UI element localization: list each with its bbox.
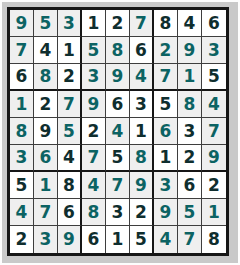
cell-r6c9[interactable]: 9 (202, 145, 226, 172)
cell-r3c5[interactable]: 9 (106, 64, 130, 91)
cell-r7c6[interactable]: 9 (130, 172, 154, 199)
cell-r3c3[interactable]: 2 (58, 64, 82, 91)
cell-r8c7[interactable]: 9 (154, 199, 178, 226)
cell-r2c9[interactable]: 3 (202, 37, 226, 64)
cell-r6c1[interactable]: 3 (10, 145, 34, 172)
cell-r1c3[interactable]: 3 (58, 10, 82, 37)
cell-r8c1[interactable]: 4 (10, 199, 34, 226)
cell-r1c8[interactable]: 4 (178, 10, 202, 37)
cell-r7c2[interactable]: 1 (34, 172, 58, 199)
cell-r9c6[interactable]: 5 (130, 226, 154, 253)
cell-r8c9[interactable]: 1 (202, 199, 226, 226)
cell-r2c8[interactable]: 9 (178, 37, 202, 64)
cell-r6c6[interactable]: 8 (130, 145, 154, 172)
cell-r1c1[interactable]: 9 (10, 10, 34, 37)
cell-r6c5[interactable]: 5 (106, 145, 130, 172)
cell-r4c4[interactable]: 9 (82, 91, 106, 118)
cell-r8c3[interactable]: 6 (58, 199, 82, 226)
sudoku-board: 9531278467415862936823947151279635848952… (7, 7, 229, 256)
cell-r7c8[interactable]: 6 (178, 172, 202, 199)
cell-r9c9[interactable]: 8 (202, 226, 226, 253)
cell-r8c6[interactable]: 2 (130, 199, 154, 226)
cell-r4c6[interactable]: 3 (130, 91, 154, 118)
cell-r4c3[interactable]: 7 (58, 91, 82, 118)
cell-r1c9[interactable]: 6 (202, 10, 226, 37)
cell-r3c2[interactable]: 8 (34, 64, 58, 91)
cell-r5c4[interactable]: 2 (82, 118, 106, 145)
cell-r9c2[interactable]: 3 (34, 226, 58, 253)
cell-r9c8[interactable]: 7 (178, 226, 202, 253)
cell-r3c4[interactable]: 3 (82, 64, 106, 91)
cell-r7c4[interactable]: 4 (82, 172, 106, 199)
cell-r9c5[interactable]: 1 (106, 226, 130, 253)
page-background: 9531278467415862936823947151279635848952… (2, 2, 238, 263)
cell-r1c2[interactable]: 5 (34, 10, 58, 37)
cell-r1c7[interactable]: 8 (154, 10, 178, 37)
cell-r7c1[interactable]: 5 (10, 172, 34, 199)
cell-r2c7[interactable]: 2 (154, 37, 178, 64)
cell-r8c8[interactable]: 5 (178, 199, 202, 226)
cell-r6c4[interactable]: 7 (82, 145, 106, 172)
cell-r4c8[interactable]: 8 (178, 91, 202, 118)
cell-r5c7[interactable]: 6 (154, 118, 178, 145)
cell-r5c5[interactable]: 4 (106, 118, 130, 145)
cell-r1c5[interactable]: 2 (106, 10, 130, 37)
cell-r1c6[interactable]: 7 (130, 10, 154, 37)
cell-r6c2[interactable]: 6 (34, 145, 58, 172)
cell-r6c8[interactable]: 2 (178, 145, 202, 172)
cell-r4c5[interactable]: 6 (106, 91, 130, 118)
cell-r7c5[interactable]: 7 (106, 172, 130, 199)
cell-r1c4[interactable]: 1 (82, 10, 106, 37)
cell-r3c7[interactable]: 7 (154, 64, 178, 91)
cell-r5c1[interactable]: 8 (10, 118, 34, 145)
cell-r3c6[interactable]: 4 (130, 64, 154, 91)
cell-r2c4[interactable]: 5 (82, 37, 106, 64)
cell-r7c3[interactable]: 8 (58, 172, 82, 199)
cell-r7c9[interactable]: 2 (202, 172, 226, 199)
cell-r8c4[interactable]: 8 (82, 199, 106, 226)
cell-r7c7[interactable]: 3 (154, 172, 178, 199)
cell-r9c3[interactable]: 9 (58, 226, 82, 253)
cell-r9c7[interactable]: 4 (154, 226, 178, 253)
cell-r2c1[interactable]: 7 (10, 37, 34, 64)
cell-r6c7[interactable]: 1 (154, 145, 178, 172)
cell-r5c8[interactable]: 3 (178, 118, 202, 145)
cell-r8c5[interactable]: 3 (106, 199, 130, 226)
cell-r2c5[interactable]: 8 (106, 37, 130, 64)
cell-r2c3[interactable]: 1 (58, 37, 82, 64)
cell-r2c2[interactable]: 4 (34, 37, 58, 64)
cell-r5c9[interactable]: 7 (202, 118, 226, 145)
cell-r5c3[interactable]: 5 (58, 118, 82, 145)
cell-r3c1[interactable]: 6 (10, 64, 34, 91)
cell-r5c2[interactable]: 9 (34, 118, 58, 145)
cell-r4c7[interactable]: 5 (154, 91, 178, 118)
cell-r9c1[interactable]: 2 (10, 226, 34, 253)
cell-r3c8[interactable]: 1 (178, 64, 202, 91)
cell-r3c9[interactable]: 5 (202, 64, 226, 91)
cell-r5c6[interactable]: 1 (130, 118, 154, 145)
cell-r2c6[interactable]: 6 (130, 37, 154, 64)
cell-r4c9[interactable]: 4 (202, 91, 226, 118)
cell-r6c3[interactable]: 4 (58, 145, 82, 172)
cell-r4c2[interactable]: 2 (34, 91, 58, 118)
cell-r4c1[interactable]: 1 (10, 91, 34, 118)
cell-r9c4[interactable]: 6 (82, 226, 106, 253)
cell-r8c2[interactable]: 7 (34, 199, 58, 226)
